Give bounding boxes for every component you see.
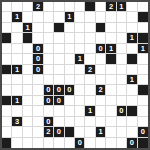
cell-r11c8[interactable] [75, 106, 85, 116]
clue-cell-r7c2: 1 [12, 65, 22, 75]
cell-r3c1[interactable] [2, 23, 12, 33]
cell-r6c3[interactable] [23, 54, 33, 64]
cell-r14c14 [138, 138, 148, 148]
clue-cell-r10c2: 1 [12, 96, 22, 106]
clue-cell-r7c9: 2 [85, 65, 95, 75]
cell-r6c6[interactable] [54, 54, 64, 64]
cell-r9c14 [138, 85, 148, 95]
cell-r8c7[interactable] [65, 75, 75, 85]
cell-r3c7[interactable] [65, 23, 75, 33]
cell-r4c10[interactable] [96, 33, 106, 43]
cell-r2c4[interactable] [33, 12, 43, 22]
cell-r10c9[interactable] [85, 96, 95, 106]
cell-r1c5[interactable] [44, 2, 54, 12]
cell-r14c11[interactable] [106, 138, 116, 148]
clue-cell-r11c12: 0 [117, 106, 127, 116]
cell-r1c1[interactable] [2, 2, 12, 12]
cell-r10c11[interactable] [106, 96, 116, 106]
cell-r13c3[interactable] [23, 127, 33, 137]
cell-r7c8[interactable] [75, 65, 85, 75]
cell-r5c3[interactable] [23, 44, 33, 54]
cell-r12c9[interactable] [85, 117, 95, 127]
cell-r1c9 [85, 2, 95, 12]
cell-r9c1[interactable] [2, 85, 12, 95]
light-up-board: 2211111001101102100021001030201000 [0, 0, 150, 150]
cell-r2c14 [138, 12, 148, 22]
cell-r5c2[interactable] [12, 44, 22, 54]
cell-r14c7[interactable] [65, 138, 75, 148]
cell-r9c3[interactable] [23, 85, 33, 95]
cell-r1c2[interactable] [12, 2, 22, 12]
cell-r9c4[interactable] [33, 85, 43, 95]
clue-cell-r2c2: 1 [12, 12, 22, 22]
cell-r11c14[interactable] [138, 106, 148, 116]
cell-r4c9[interactable] [85, 33, 95, 43]
clue-cell-r9c7: 0 [65, 85, 75, 95]
cell-r1c10[interactable] [96, 2, 106, 12]
cell-r3c12[interactable] [117, 23, 127, 33]
cell-r10c14[interactable] [138, 96, 148, 106]
cell-r12c7[interactable] [65, 117, 75, 127]
cell-r12c13[interactable] [127, 117, 137, 127]
cell-r11c4[interactable] [33, 106, 43, 116]
cell-r12c8[interactable] [75, 117, 85, 127]
clue-cell-r4c13: 1 [127, 33, 137, 43]
cell-r8c12[interactable] [117, 75, 127, 85]
cell-r13c7 [65, 127, 75, 137]
cell-r6c11 [106, 54, 116, 64]
cell-r13c9[interactable] [85, 127, 95, 137]
cell-r14c6[interactable] [54, 138, 64, 148]
cell-r7c12[interactable] [117, 65, 127, 75]
cell-r3c4[interactable] [33, 23, 43, 33]
cell-r2c13[interactable] [127, 12, 137, 22]
cell-r8c6[interactable] [54, 75, 64, 85]
cell-r2c9[interactable] [85, 12, 95, 22]
cell-r4c5[interactable] [44, 33, 54, 43]
clue-cell-r9c6: 0 [54, 85, 64, 95]
cell-r13c12[interactable] [117, 127, 127, 137]
cell-r7c10[interactable] [96, 65, 106, 75]
cell-r10c7[interactable] [65, 96, 75, 106]
cell-r7c5[interactable] [44, 65, 54, 75]
cell-r5c6[interactable] [54, 44, 64, 54]
cell-r3c8[interactable] [75, 23, 85, 33]
cell-r13c13[interactable] [127, 127, 137, 137]
cell-r3c5[interactable] [44, 23, 54, 33]
clue-cell-r14c8: 0 [75, 138, 85, 148]
cell-r12c1[interactable] [2, 117, 12, 127]
cell-r1c13[interactable] [127, 2, 137, 12]
cell-r10c12[interactable] [117, 96, 127, 106]
cell-r5c7[interactable] [65, 44, 75, 54]
clue-cell-r3c3: 1 [23, 23, 33, 33]
clue-cell-r13c5: 2 [44, 127, 54, 137]
cell-r8c11[interactable] [106, 75, 116, 85]
cell-r3c11[interactable] [106, 23, 116, 33]
cell-r11c11[interactable] [106, 106, 116, 116]
cell-r8c2[interactable] [12, 75, 22, 85]
cell-r5c1[interactable] [2, 44, 12, 54]
cell-r14c4[interactable] [33, 138, 43, 148]
cell-r7c3[interactable] [23, 65, 33, 75]
clue-cell-r13c10: 1 [96, 127, 106, 137]
cell-r7c11[interactable] [106, 65, 116, 75]
cell-r6c5[interactable] [44, 54, 54, 64]
cell-r11c3[interactable] [23, 106, 33, 116]
clue-cell-r11c9: 1 [85, 106, 95, 116]
cell-r3c14[interactable] [138, 23, 148, 33]
cell-r7c14[interactable] [138, 65, 148, 75]
cell-r3c2[interactable] [12, 23, 22, 33]
cell-r4c4[interactable] [33, 33, 43, 43]
clue-cell-r2c7: 1 [65, 12, 75, 22]
clue-cell-r9c10: 2 [96, 85, 106, 95]
cell-r4c2[interactable] [12, 33, 22, 43]
cell-r14c12[interactable] [117, 138, 127, 148]
cell-r9c2[interactable] [12, 85, 22, 95]
cell-r4c11[interactable] [106, 33, 116, 43]
cell-r14c9[interactable] [85, 138, 95, 148]
cell-r12c11[interactable] [106, 117, 116, 127]
cell-r6c9[interactable] [85, 54, 95, 64]
cell-r2c3[interactable] [23, 12, 33, 22]
cell-r11c13 [127, 106, 137, 116]
clue-cell-r6c8: 1 [75, 54, 85, 64]
cell-r9c13[interactable] [127, 85, 137, 95]
cell-r2c5[interactable] [44, 12, 54, 22]
cell-r6c7[interactable] [65, 54, 75, 64]
cell-r6c10[interactable] [96, 54, 106, 64]
cell-r10c13[interactable] [127, 96, 137, 106]
cell-r5c8[interactable] [75, 44, 85, 54]
cell-r12c10[interactable] [96, 117, 106, 127]
cell-r2c12[interactable] [117, 12, 127, 22]
cell-r4c7[interactable] [65, 33, 75, 43]
cell-r7c7[interactable] [65, 65, 75, 75]
cell-r13c11[interactable] [106, 127, 116, 137]
cell-r3c10 [96, 23, 106, 33]
cell-r6c12[interactable] [117, 54, 127, 64]
cell-r8c8[interactable] [75, 75, 85, 85]
cell-r12c6[interactable] [54, 117, 64, 127]
cell-r14c3[interactable] [23, 138, 33, 148]
clue-cell-r13c14: 0 [138, 127, 148, 137]
cell-r3c6 [54, 23, 64, 33]
cell-r8c1[interactable] [2, 75, 12, 85]
cell-r12c14[interactable] [138, 117, 148, 127]
cell-r9c8[interactable] [75, 85, 85, 95]
clue-cell-r5c14: 1 [138, 44, 148, 54]
cell-r4c6[interactable] [54, 33, 64, 43]
cell-r4c8[interactable] [75, 33, 85, 43]
cell-r8c9[interactable] [85, 75, 95, 85]
cell-r10c4[interactable] [33, 96, 43, 106]
clue-cell-r1c12: 1 [117, 2, 127, 12]
cell-r5c12[interactable] [117, 44, 127, 54]
clue-cell-r9c5: 0 [44, 85, 54, 95]
clue-cell-r13c6: 0 [54, 127, 64, 137]
clue-cell-r5c11: 1 [106, 44, 116, 54]
cell-r3c13[interactable] [127, 23, 137, 33]
cell-r2c10[interactable] [96, 12, 106, 22]
cell-r7c1 [2, 65, 12, 75]
cell-r6c13 [127, 54, 137, 64]
cell-r9c12[interactable] [117, 85, 127, 95]
cell-r6c2[interactable] [12, 54, 22, 64]
cell-r7c6[interactable] [54, 65, 64, 75]
clue-cell-r6c4: 0 [33, 54, 43, 64]
cell-r4c12[interactable] [117, 33, 127, 43]
cell-r7c13[interactable] [127, 65, 137, 75]
cell-r12c3[interactable] [23, 117, 33, 127]
cell-r8c4[interactable] [33, 75, 43, 85]
clue-cell-r1c4: 2 [33, 2, 43, 12]
cell-r8c5[interactable] [44, 75, 54, 85]
cell-r11c5[interactable] [44, 106, 54, 116]
cell-r2c6[interactable] [54, 12, 64, 22]
cell-r6c14[interactable] [138, 54, 148, 64]
cell-r1c3[interactable] [23, 2, 33, 12]
clue-cell-r1c11: 2 [106, 2, 116, 12]
cell-r14c2[interactable] [12, 138, 22, 148]
cell-r10c1 [2, 96, 12, 106]
cell-r4c1 [2, 33, 12, 43]
cell-r1c8[interactable] [75, 2, 85, 12]
clue-cell-r14c13: 0 [127, 138, 137, 148]
cell-r10c3[interactable] [23, 96, 33, 106]
cell-r14c10[interactable] [96, 138, 106, 148]
clue-cell-r10c6: 0 [54, 96, 64, 106]
cell-r14c5[interactable] [44, 138, 54, 148]
cell-r9c9[interactable] [85, 85, 95, 95]
clue-cell-r5c10: 0 [96, 44, 106, 54]
cell-r11c2[interactable] [12, 106, 22, 116]
clue-cell-r12c2: 3 [12, 117, 22, 127]
cell-r5c9[interactable] [85, 44, 95, 54]
cell-r11c1[interactable] [2, 106, 12, 116]
cell-r11c10[interactable] [96, 106, 106, 116]
clue-cell-r7c4: 0 [33, 65, 43, 75]
cell-r11c7[interactable] [65, 106, 75, 116]
clue-cell-r8c13: 1 [127, 75, 137, 85]
cell-r13c1[interactable] [2, 127, 12, 137]
cell-r2c11[interactable] [106, 12, 116, 22]
cell-r8c14[interactable] [138, 75, 148, 85]
cell-r1c14[interactable] [138, 2, 148, 12]
cell-r12c4[interactable] [33, 117, 43, 127]
cell-r5c5[interactable] [44, 44, 54, 54]
cell-r10c10[interactable] [96, 96, 106, 106]
cell-r10c8[interactable] [75, 96, 85, 106]
cell-r2c1[interactable] [2, 12, 12, 22]
cell-r14c1 [2, 138, 12, 148]
cell-r13c2[interactable] [12, 127, 22, 137]
cell-r8c10[interactable] [96, 75, 106, 85]
cell-r1c7[interactable] [65, 2, 75, 12]
cell-r12c12[interactable] [117, 117, 127, 127]
cell-r3c9[interactable] [85, 23, 95, 33]
cell-r9c11[interactable] [106, 85, 116, 95]
cell-r1c6[interactable] [54, 2, 64, 12]
clue-cell-r5c4: 0 [33, 44, 43, 54]
cell-r2c8[interactable] [75, 12, 85, 22]
cell-r13c4[interactable] [33, 127, 43, 137]
cell-r5c13[interactable] [127, 44, 137, 54]
cell-r11c6[interactable] [54, 106, 64, 116]
cell-r8c3[interactable] [23, 75, 33, 85]
clue-cell-r10c5: 0 [44, 96, 54, 106]
cell-r6c1[interactable] [2, 54, 12, 64]
cell-r4c14 [138, 33, 148, 43]
clue-cell-r12c5: 0 [44, 117, 54, 127]
cell-r13c8[interactable] [75, 127, 85, 137]
cell-r4c3 [23, 33, 33, 43]
